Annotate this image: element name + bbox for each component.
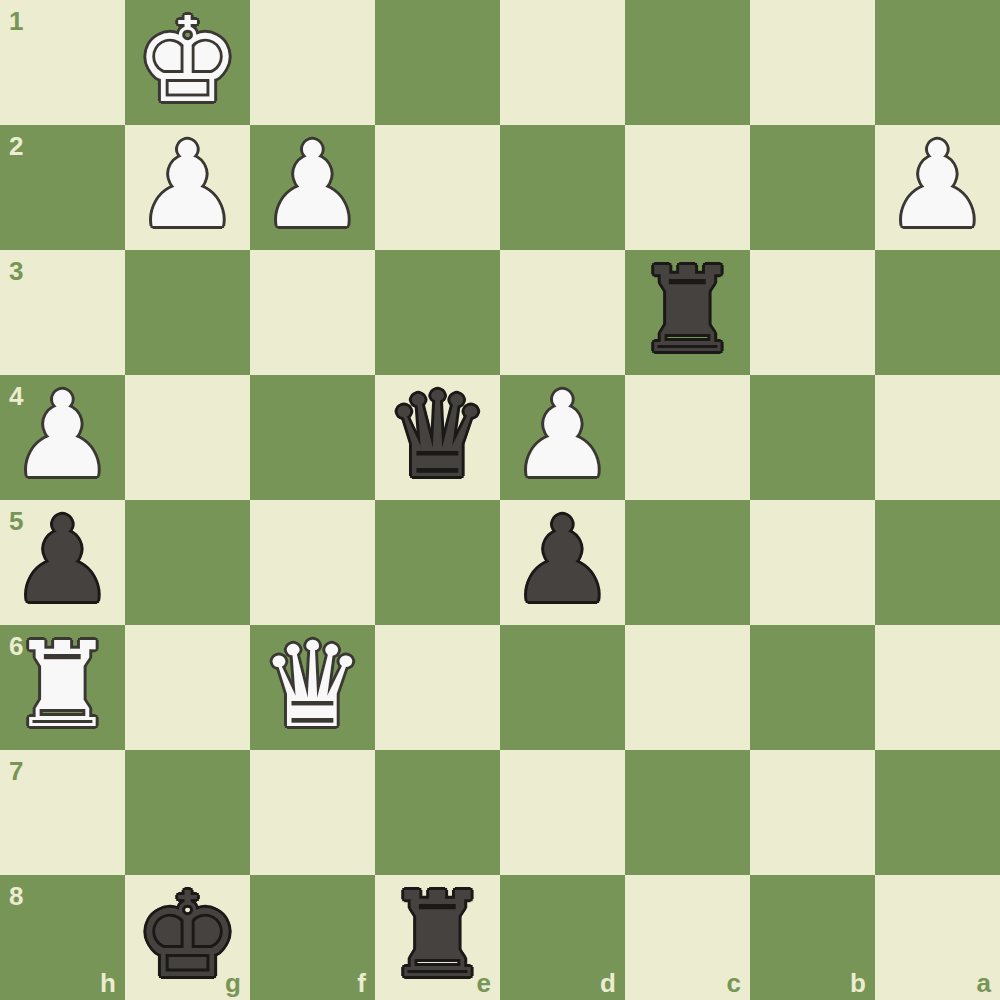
square-b4[interactable] xyxy=(750,375,875,500)
piece-white-queen[interactable]: ♛ xyxy=(260,626,366,744)
square-f8[interactable]: f xyxy=(250,875,375,1000)
rank-label-3: 3 xyxy=(9,258,23,284)
square-d2[interactable] xyxy=(500,125,625,250)
square-c6[interactable] xyxy=(625,625,750,750)
square-b6[interactable] xyxy=(750,625,875,750)
piece-white-pawn[interactable]: ♟ xyxy=(885,126,991,244)
piece-white-rook[interactable]: ♜ xyxy=(10,626,116,744)
square-c1[interactable] xyxy=(625,0,750,125)
square-d1[interactable] xyxy=(500,0,625,125)
piece-black-king[interactable]: ♚ xyxy=(135,876,241,994)
square-f7[interactable] xyxy=(250,750,375,875)
square-f3[interactable] xyxy=(250,250,375,375)
square-h6[interactable]: 6♜ xyxy=(0,625,125,750)
file-label-c: c xyxy=(727,970,741,996)
square-c2[interactable] xyxy=(625,125,750,250)
square-e4[interactable]: ♛ xyxy=(375,375,500,500)
square-f2[interactable]: ♟ xyxy=(250,125,375,250)
square-h7[interactable]: 7 xyxy=(0,750,125,875)
square-d3[interactable] xyxy=(500,250,625,375)
piece-black-rook[interactable]: ♜ xyxy=(635,251,741,369)
square-c5[interactable] xyxy=(625,500,750,625)
square-a4[interactable] xyxy=(875,375,1000,500)
piece-black-rook[interactable]: ♜ xyxy=(385,876,491,994)
square-b1[interactable] xyxy=(750,0,875,125)
square-a3[interactable] xyxy=(875,250,1000,375)
file-label-a: a xyxy=(977,970,991,996)
square-h1[interactable]: 1 xyxy=(0,0,125,125)
square-a2[interactable]: ♟ xyxy=(875,125,1000,250)
square-g7[interactable] xyxy=(125,750,250,875)
square-f1[interactable] xyxy=(250,0,375,125)
square-g8[interactable]: g♚ xyxy=(125,875,250,1000)
file-label-h: h xyxy=(100,970,116,996)
square-a8[interactable]: a xyxy=(875,875,1000,1000)
rank-label-2: 2 xyxy=(9,133,23,159)
file-label-f: f xyxy=(357,970,366,996)
square-d7[interactable] xyxy=(500,750,625,875)
piece-white-pawn[interactable]: ♟ xyxy=(260,126,366,244)
square-h4[interactable]: 4♟ xyxy=(0,375,125,500)
square-b8[interactable]: b xyxy=(750,875,875,1000)
piece-black-pawn[interactable]: ♟ xyxy=(510,501,616,619)
piece-black-pawn[interactable]: ♟ xyxy=(10,501,116,619)
square-f5[interactable] xyxy=(250,500,375,625)
chess-board: 1♚2♟♟♟3♜4♟♛♟5♟♟6♜♛78hg♚fe♜dcba xyxy=(0,0,1000,1000)
square-f4[interactable] xyxy=(250,375,375,500)
square-a5[interactable] xyxy=(875,500,1000,625)
file-label-b: b xyxy=(850,970,866,996)
square-a7[interactable] xyxy=(875,750,1000,875)
file-label-d: d xyxy=(600,970,616,996)
square-d4[interactable]: ♟ xyxy=(500,375,625,500)
square-g3[interactable] xyxy=(125,250,250,375)
square-b5[interactable] xyxy=(750,500,875,625)
square-h5[interactable]: 5♟ xyxy=(0,500,125,625)
square-e6[interactable] xyxy=(375,625,500,750)
square-b2[interactable] xyxy=(750,125,875,250)
square-e7[interactable] xyxy=(375,750,500,875)
square-a1[interactable] xyxy=(875,0,1000,125)
square-g2[interactable]: ♟ xyxy=(125,125,250,250)
piece-white-king[interactable]: ♚ xyxy=(135,1,241,119)
rank-label-8: 8 xyxy=(9,883,23,909)
square-d8[interactable]: d xyxy=(500,875,625,1000)
square-f6[interactable]: ♛ xyxy=(250,625,375,750)
square-g1[interactable]: ♚ xyxy=(125,0,250,125)
piece-black-queen[interactable]: ♛ xyxy=(385,376,491,494)
square-c8[interactable]: c xyxy=(625,875,750,1000)
square-a6[interactable] xyxy=(875,625,1000,750)
rank-label-1: 1 xyxy=(9,8,23,34)
square-e2[interactable] xyxy=(375,125,500,250)
square-d5[interactable]: ♟ xyxy=(500,500,625,625)
square-g5[interactable] xyxy=(125,500,250,625)
square-c3[interactable]: ♜ xyxy=(625,250,750,375)
square-e5[interactable] xyxy=(375,500,500,625)
square-g6[interactable] xyxy=(125,625,250,750)
square-h8[interactable]: 8h xyxy=(0,875,125,1000)
square-h3[interactable]: 3 xyxy=(0,250,125,375)
square-e1[interactable] xyxy=(375,0,500,125)
square-g4[interactable] xyxy=(125,375,250,500)
square-d6[interactable] xyxy=(500,625,625,750)
square-c7[interactable] xyxy=(625,750,750,875)
piece-white-pawn[interactable]: ♟ xyxy=(510,376,616,494)
square-h2[interactable]: 2 xyxy=(0,125,125,250)
square-b3[interactable] xyxy=(750,250,875,375)
square-c4[interactable] xyxy=(625,375,750,500)
square-e3[interactable] xyxy=(375,250,500,375)
rank-label-7: 7 xyxy=(9,758,23,784)
square-b7[interactable] xyxy=(750,750,875,875)
piece-white-pawn[interactable]: ♟ xyxy=(10,376,116,494)
piece-white-pawn[interactable]: ♟ xyxy=(135,126,241,244)
square-e8[interactable]: e♜ xyxy=(375,875,500,1000)
